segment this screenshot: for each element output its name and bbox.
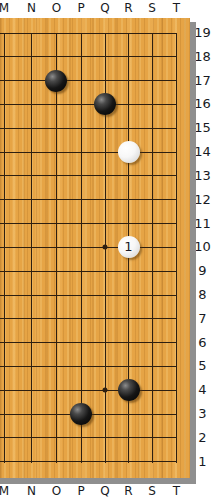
point-M10[interactable] [0,235,18,259]
point-T16[interactable] [164,92,189,116]
point-P12[interactable] [69,188,93,212]
point-T17[interactable] [164,69,189,93]
point-P6[interactable] [69,331,93,355]
point-R7[interactable] [117,307,141,331]
point-S5[interactable] [140,354,164,378]
point-Q6[interactable] [93,331,117,355]
white-stone-R10[interactable]: 1 [118,236,140,258]
point-O1[interactable] [44,450,69,474]
goban[interactable]: 1 [0,18,190,478]
point-O5[interactable] [44,354,69,378]
point-S14[interactable] [140,140,164,164]
point-T7[interactable] [164,307,189,331]
point-S3[interactable] [140,402,164,426]
point-M4[interactable] [0,378,18,402]
point-N17[interactable] [18,69,44,93]
point-P3[interactable] [69,402,93,426]
point-T3[interactable] [164,402,189,426]
point-R18[interactable] [117,45,141,69]
point-M19[interactable] [0,21,18,45]
point-Q16[interactable] [93,92,117,116]
point-O13[interactable] [44,164,69,188]
coordinate-label-bottom-R: R [119,483,139,500]
go-board-diagram: MNOPQRST MNOPQRST 1918171615141312111098… [0,0,212,500]
coordinate-label-top-O: O [47,0,67,17]
point-T6[interactable] [164,331,189,355]
point-T8[interactable] [164,283,189,307]
black-stone-P3[interactable] [70,403,92,425]
coordinate-label-top-M: M [0,0,14,17]
point-R10[interactable]: 1 [117,235,141,259]
point-P10[interactable] [69,235,93,259]
point-Q15[interactable] [93,116,117,140]
point-N14[interactable] [18,140,44,164]
coordinate-label-top-R: R [119,0,139,17]
point-M1[interactable] [0,450,18,474]
point-N12[interactable] [18,188,44,212]
point-P18[interactable] [69,45,93,69]
point-O15[interactable] [44,116,69,140]
point-O9[interactable] [44,259,69,283]
point-N16[interactable] [18,92,44,116]
point-N3[interactable] [18,402,44,426]
point-N2[interactable] [18,426,44,450]
point-Q5[interactable] [93,354,117,378]
point-P1[interactable] [69,450,93,474]
point-S19[interactable] [140,21,164,45]
point-S10[interactable] [140,235,164,259]
point-N5[interactable] [18,354,44,378]
coordinate-label-bottom-O: O [47,483,67,500]
point-T4[interactable] [164,378,189,402]
point-M11[interactable] [0,212,18,236]
point-M14[interactable] [0,140,18,164]
point-R3[interactable] [117,402,141,426]
point-M2[interactable] [0,426,18,450]
point-Q3[interactable] [93,402,117,426]
coordinate-label-bottom-T: T [167,483,187,500]
point-T14[interactable] [164,140,189,164]
point-R12[interactable] [117,188,141,212]
point-O7[interactable] [44,307,69,331]
point-T11[interactable] [164,212,189,236]
point-M5[interactable] [0,354,18,378]
point-R11[interactable] [117,212,141,236]
move-number-label: 1 [124,236,132,258]
point-Q18[interactable] [93,45,117,69]
point-S1[interactable] [140,450,164,474]
intersection-grid: 1 [0,21,189,474]
point-O18[interactable] [44,45,69,69]
point-P2[interactable] [69,426,93,450]
point-T15[interactable] [164,116,189,140]
coordinate-label-bottom-Q: Q [95,483,115,500]
point-R16[interactable] [117,92,141,116]
point-S18[interactable] [140,45,164,69]
point-Q7[interactable] [93,307,117,331]
point-T5[interactable] [164,354,189,378]
point-Q2[interactable] [93,426,117,450]
point-P13[interactable] [69,164,93,188]
point-M18[interactable] [0,45,18,69]
point-P15[interactable] [69,116,93,140]
coordinate-label-top-T: T [167,0,187,17]
point-M16[interactable] [0,92,18,116]
point-S15[interactable] [140,116,164,140]
point-R8[interactable] [117,283,141,307]
point-P4[interactable] [69,378,93,402]
point-M17[interactable] [0,69,18,93]
point-R17[interactable] [117,69,141,93]
star-point-Q10 [102,245,107,250]
point-S8[interactable] [140,283,164,307]
point-N15[interactable] [18,116,44,140]
white-stone-R14[interactable] [118,141,140,163]
point-M13[interactable] [0,164,18,188]
point-Q10[interactable] [93,235,117,259]
point-O11[interactable] [44,212,69,236]
point-S13[interactable] [140,164,164,188]
point-M6[interactable] [0,331,18,355]
point-N8[interactable] [18,283,44,307]
point-P7[interactable] [69,307,93,331]
point-O4[interactable] [44,378,69,402]
point-P5[interactable] [69,354,93,378]
point-O14[interactable] [44,140,69,164]
point-P11[interactable] [69,212,93,236]
point-M7[interactable] [0,307,18,331]
point-P14[interactable] [69,140,93,164]
point-R9[interactable] [117,259,141,283]
point-N18[interactable] [18,45,44,69]
point-S7[interactable] [140,307,164,331]
point-N7[interactable] [18,307,44,331]
point-S11[interactable] [140,212,164,236]
point-Q13[interactable] [93,164,117,188]
point-S16[interactable] [140,92,164,116]
point-O10[interactable] [44,235,69,259]
point-M12[interactable] [0,188,18,212]
point-O2[interactable] [44,426,69,450]
point-N11[interactable] [18,212,44,236]
board-shadow-right [190,22,196,484]
point-P9[interactable] [69,259,93,283]
point-T19[interactable] [164,21,189,45]
point-S4[interactable] [140,378,164,402]
point-O16[interactable] [44,92,69,116]
point-N9[interactable] [18,259,44,283]
black-stone-O17[interactable] [45,70,67,92]
point-N1[interactable] [18,450,44,474]
point-Q9[interactable] [93,259,117,283]
point-P19[interactable] [69,21,93,45]
point-R13[interactable] [117,164,141,188]
point-O8[interactable] [44,283,69,307]
point-R1[interactable] [117,450,141,474]
coordinate-label-bottom-M: M [0,483,14,500]
point-S6[interactable] [140,331,164,355]
point-M3[interactable] [0,402,18,426]
point-M8[interactable] [0,283,18,307]
point-Q8[interactable] [93,283,117,307]
coordinate-label-bottom-N: N [22,483,42,500]
point-Q12[interactable] [93,188,117,212]
point-O3[interactable] [44,402,69,426]
star-point-Q4 [102,388,107,393]
point-N4[interactable] [18,378,44,402]
point-P16[interactable] [69,92,93,116]
point-R19[interactable] [117,21,141,45]
black-stone-R4[interactable] [118,379,140,401]
point-R2[interactable] [117,426,141,450]
coordinate-label-bottom-P: P [71,483,91,500]
point-Q14[interactable] [93,140,117,164]
point-Q11[interactable] [93,212,117,236]
coordinate-label-top-Q: Q [95,0,115,17]
point-T10[interactable] [164,235,189,259]
point-Q19[interactable] [93,21,117,45]
point-T1[interactable] [164,450,189,474]
point-O17[interactable] [44,69,69,93]
point-O12[interactable] [44,188,69,212]
point-T2[interactable] [164,426,189,450]
point-Q1[interactable] [93,450,117,474]
point-S12[interactable] [140,188,164,212]
point-Q17[interactable] [93,69,117,93]
point-O6[interactable] [44,331,69,355]
point-R4[interactable] [117,378,141,402]
coordinate-label-bottom-S: S [142,483,162,500]
point-S17[interactable] [140,69,164,93]
coordinate-label-top-S: S [142,0,162,17]
point-N13[interactable] [18,164,44,188]
point-O19[interactable] [44,21,69,45]
board-shadow-bottom [0,478,196,484]
point-M9[interactable] [0,259,18,283]
point-P8[interactable] [69,283,93,307]
point-T9[interactable] [164,259,189,283]
point-T18[interactable] [164,45,189,69]
point-Q4[interactable] [93,378,117,402]
point-N19[interactable] [18,21,44,45]
coordinate-label-top-P: P [71,0,91,17]
black-stone-Q16[interactable] [94,93,116,115]
point-S2[interactable] [140,426,164,450]
point-S9[interactable] [140,259,164,283]
point-R5[interactable] [117,354,141,378]
point-P17[interactable] [69,69,93,93]
point-R15[interactable] [117,116,141,140]
point-R6[interactable] [117,331,141,355]
point-N6[interactable] [18,331,44,355]
point-R14[interactable] [117,140,141,164]
coordinate-label-top-N: N [22,0,42,17]
point-T12[interactable] [164,188,189,212]
point-N10[interactable] [18,235,44,259]
point-T13[interactable] [164,164,189,188]
point-M15[interactable] [0,116,18,140]
